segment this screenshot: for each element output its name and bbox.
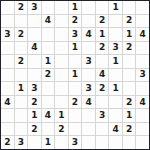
cell-r2c9-empty[interactable] [109, 15, 122, 28]
cell-r8c10-clue: 2 [123, 96, 136, 109]
cell-r2c10-clue: 2 [123, 15, 136, 28]
cell-r3c7-clue: 4 [82, 28, 95, 41]
cell-r4c5-empty[interactable] [55, 42, 68, 55]
cell-r3c1-clue: 3 [1, 28, 14, 41]
cell-r10c1-empty[interactable] [1, 123, 14, 136]
cell-r7c5-empty[interactable] [55, 82, 68, 95]
cell-r5c11-empty[interactable] [136, 55, 149, 68]
cell-r10c3-clue: 2 [28, 123, 41, 136]
cell-r8c2-empty[interactable] [15, 96, 28, 109]
cell-r3c8-clue: 1 [96, 28, 109, 41]
cell-r11c1-clue: 2 [1, 136, 14, 149]
puzzle-board: 2311422232341144123221312143133214224241… [0, 0, 150, 150]
cell-r10c8-empty[interactable] [96, 123, 109, 136]
cell-r1c2-clue: 2 [15, 1, 28, 14]
cell-r8c8-empty[interactable] [96, 96, 109, 109]
cell-r1c4-empty[interactable] [42, 1, 55, 14]
cell-r8c1-clue: 4 [1, 96, 14, 109]
cell-r3c10-clue: 1 [123, 28, 136, 41]
cell-r9c4-clue: 4 [42, 109, 55, 122]
cell-r10c11-empty[interactable] [136, 123, 149, 136]
cell-r7c4-empty[interactable] [42, 82, 55, 95]
cell-r3c2-clue: 2 [15, 28, 28, 41]
cell-r11c9-empty[interactable] [109, 136, 122, 149]
cell-r6c5-empty[interactable] [55, 69, 68, 82]
cell-r4c4-empty[interactable] [42, 42, 55, 55]
cell-r7c3-clue: 3 [28, 82, 41, 95]
cell-r3c5-empty[interactable] [55, 28, 68, 41]
cell-r11c10-empty[interactable] [123, 136, 136, 149]
cell-r6c3-empty[interactable] [28, 69, 41, 82]
cell-r9c11-empty[interactable] [136, 109, 149, 122]
cell-r1c9-clue: 1 [109, 1, 122, 14]
cell-r2c5-empty[interactable] [55, 15, 68, 28]
cell-r10c2-empty[interactable] [15, 123, 28, 136]
cell-r5c7-clue: 3 [82, 55, 95, 68]
cell-r6c11-clue: 3 [136, 69, 149, 82]
cell-r3c6-clue: 3 [69, 28, 82, 41]
cell-r5c4-clue: 1 [42, 55, 55, 68]
cell-r5c9-clue: 1 [109, 55, 122, 68]
cell-r6c10-empty[interactable] [123, 69, 136, 82]
cell-r10c4-empty[interactable] [42, 123, 55, 136]
cell-r9c3-clue: 1 [28, 109, 41, 122]
cell-r5c10-empty[interactable] [123, 55, 136, 68]
cell-r11c5-empty[interactable] [55, 136, 68, 149]
cell-r8c7-clue: 4 [82, 96, 95, 109]
cell-r1c6-clue: 1 [69, 1, 82, 14]
cell-r3c11-clue: 4 [136, 28, 149, 41]
cell-r5c3-empty[interactable] [28, 55, 41, 68]
cell-r5c1-empty[interactable] [1, 55, 14, 68]
cell-r1c3-clue: 3 [28, 1, 41, 14]
cell-r2c7-empty[interactable] [82, 15, 95, 28]
cell-r5c6-empty[interactable] [69, 55, 82, 68]
cell-r7c7-clue: 3 [82, 82, 95, 95]
cell-r7c9-clue: 1 [109, 82, 122, 95]
cell-r1c10-empty[interactable] [123, 1, 136, 14]
cell-r7c11-empty[interactable] [136, 82, 149, 95]
cell-r6c8-clue: 4 [96, 69, 109, 82]
cell-r7c2-clue: 1 [15, 82, 28, 95]
cell-r2c2-empty[interactable] [15, 15, 28, 28]
cell-r6c2-empty[interactable] [15, 69, 28, 82]
cell-r9c6-empty[interactable] [69, 109, 82, 122]
cell-r3c9-empty[interactable] [109, 28, 122, 41]
cell-r8c6-clue: 2 [69, 96, 82, 109]
cell-r4c1-empty[interactable] [1, 42, 14, 55]
cell-r8c3-clue: 2 [28, 96, 41, 109]
cell-r9c10-clue: 1 [123, 109, 136, 122]
cell-r1c8-empty[interactable] [96, 1, 109, 14]
cell-r2c8-clue: 2 [96, 15, 109, 28]
cell-r10c7-empty[interactable] [82, 123, 95, 136]
cell-r4c11-empty[interactable] [136, 42, 149, 55]
cell-r5c5-empty[interactable] [55, 55, 68, 68]
cell-r2c1-empty[interactable] [1, 15, 14, 28]
cell-r6c9-empty[interactable] [109, 69, 122, 82]
cell-r4c6-clue: 1 [69, 42, 82, 55]
cell-r10c5-clue: 2 [55, 123, 68, 136]
cell-r2c11-empty[interactable] [136, 15, 149, 28]
cell-r9c7-empty[interactable] [82, 109, 95, 122]
cell-r4c8-clue: 2 [96, 42, 109, 55]
cell-r2c6-clue: 2 [69, 15, 82, 28]
cell-r10c9-clue: 4 [109, 123, 122, 136]
cell-r8c5-empty[interactable] [55, 96, 68, 109]
cell-r11c6-clue: 3 [69, 136, 82, 149]
cell-r11c2-clue: 3 [15, 136, 28, 149]
cell-r7c8-clue: 2 [96, 82, 109, 95]
cell-r8c4-empty[interactable] [42, 96, 55, 109]
cell-r11c8-empty[interactable] [96, 136, 109, 149]
cell-r3c4-empty[interactable] [42, 28, 55, 41]
cell-r7c6-empty[interactable] [69, 82, 82, 95]
cell-r5c8-empty[interactable] [96, 55, 109, 68]
cell-r2c3-empty[interactable] [28, 15, 41, 28]
cell-r2c4-clue: 4 [42, 15, 55, 28]
cell-r11c4-clue: 1 [42, 136, 55, 149]
cell-r4c9-clue: 3 [109, 42, 122, 55]
cell-r6c7-empty[interactable] [82, 69, 95, 82]
cell-r11c7-empty[interactable] [82, 136, 95, 149]
cell-r7c1-empty[interactable] [1, 82, 14, 95]
cell-r9c9-empty[interactable] [109, 109, 122, 122]
cell-r11c11-empty[interactable] [136, 136, 149, 149]
cell-r10c10-clue: 2 [123, 123, 136, 136]
cell-r6c1-empty[interactable] [1, 69, 14, 82]
cell-r8c9-empty[interactable] [109, 96, 122, 109]
cell-r4c3-clue: 4 [28, 42, 41, 55]
cell-r4c7-empty[interactable] [82, 42, 95, 55]
cell-r1c5-empty[interactable] [55, 1, 68, 14]
cell-r3c3-empty[interactable] [28, 28, 41, 41]
cell-r8c11-clue: 4 [136, 96, 149, 109]
cell-r6c4-clue: 2 [42, 69, 55, 82]
cell-r1c1-empty[interactable] [1, 1, 14, 14]
cell-r9c5-clue: 1 [55, 109, 68, 122]
cell-r1c7-empty[interactable] [82, 1, 95, 14]
cell-r6c6-clue: 1 [69, 69, 82, 82]
cell-r11c3-empty[interactable] [28, 136, 41, 149]
cell-r9c2-empty[interactable] [15, 109, 28, 122]
cell-r9c8-clue: 3 [96, 109, 109, 122]
cell-r5c2-clue: 2 [15, 55, 28, 68]
cell-r7c10-empty[interactable] [123, 82, 136, 95]
cell-r4c10-clue: 2 [123, 42, 136, 55]
cell-r1c11-empty[interactable] [136, 1, 149, 14]
cell-r4c2-empty[interactable] [15, 42, 28, 55]
cell-r9c1-empty[interactable] [1, 109, 14, 122]
puzzle-screenshot: 2311422232341144123221312143133214224241… [0, 0, 150, 150]
cell-r10c6-empty[interactable] [69, 123, 82, 136]
